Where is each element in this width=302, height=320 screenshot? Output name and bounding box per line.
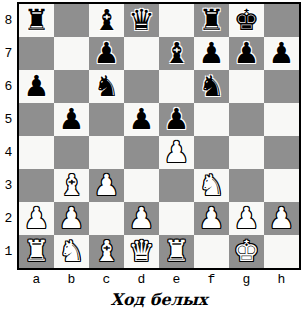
square-d1[interactable]: ♛: [124, 235, 159, 268]
square-g7[interactable]: ♟: [229, 37, 264, 70]
black-bishop[interactable]: ♝: [164, 37, 190, 70]
black-pawn[interactable]: ♟: [59, 103, 85, 136]
square-e6[interactable]: [159, 70, 194, 103]
black-pawn[interactable]: ♟: [129, 103, 155, 136]
file-label-g: g: [229, 272, 264, 287]
file-label-c: c: [89, 272, 124, 287]
chess-board: ♜♝♛♜♚♟♝♟♟♟♟♞♞♟♟♟♟♝♟♞♟♟♟♟♟♟♜♞♝♛♜♚: [17, 2, 301, 270]
square-e2[interactable]: [159, 202, 194, 235]
white-knight[interactable]: ♞: [59, 235, 85, 268]
square-f1[interactable]: [194, 235, 229, 268]
square-f2[interactable]: ♟: [194, 202, 229, 235]
square-b2[interactable]: ♟: [54, 202, 89, 235]
square-a3[interactable]: [19, 169, 54, 202]
rank-label-1: 1: [0, 235, 17, 268]
square-e4[interactable]: ♟: [159, 136, 194, 169]
square-b3[interactable]: ♝: [54, 169, 89, 202]
white-rook[interactable]: ♜: [24, 235, 50, 268]
square-b7[interactable]: [54, 37, 89, 70]
rank-label-8: 8: [0, 4, 17, 37]
square-c6[interactable]: ♞: [89, 70, 124, 103]
square-d5[interactable]: ♟: [124, 103, 159, 136]
black-rook[interactable]: ♜: [24, 4, 50, 37]
square-c4[interactable]: [89, 136, 124, 169]
square-h6[interactable]: [264, 70, 299, 103]
square-e8[interactable]: [159, 4, 194, 37]
white-pawn[interactable]: ♟: [164, 136, 190, 169]
square-g8[interactable]: ♚: [229, 4, 264, 37]
black-queen[interactable]: ♛: [129, 4, 155, 37]
rank-label-7: 7: [0, 37, 17, 70]
square-b6[interactable]: [54, 70, 89, 103]
square-h3[interactable]: [264, 169, 299, 202]
white-pawn[interactable]: ♟: [24, 202, 50, 235]
square-h1[interactable]: [264, 235, 299, 268]
square-f6[interactable]: ♞: [194, 70, 229, 103]
file-label-e: e: [159, 272, 194, 287]
board-wrap: 87654321 ♜♝♛♜♚♟♝♟♟♟♟♞♞♟♟♟♟♝♟♞♟♟♟♟♟♟♜♞♝♛♜…: [0, 2, 302, 270]
square-f5[interactable]: [194, 103, 229, 136]
square-h5[interactable]: [264, 103, 299, 136]
square-g4[interactable]: [229, 136, 264, 169]
file-label-h: h: [264, 272, 299, 287]
square-f7[interactable]: ♟: [194, 37, 229, 70]
rank-labels: 87654321: [0, 2, 17, 268]
square-g5[interactable]: [229, 103, 264, 136]
square-f3[interactable]: ♞: [194, 169, 229, 202]
square-e7[interactable]: ♝: [159, 37, 194, 70]
square-a4[interactable]: [19, 136, 54, 169]
square-d3[interactable]: [124, 169, 159, 202]
square-c2[interactable]: [89, 202, 124, 235]
white-queen[interactable]: ♛: [129, 235, 155, 268]
square-b1[interactable]: ♞: [54, 235, 89, 268]
white-pawn[interactable]: ♟: [94, 169, 120, 202]
square-c7[interactable]: ♟: [89, 37, 124, 70]
square-h4[interactable]: [264, 136, 299, 169]
black-pawn[interactable]: ♟: [94, 37, 120, 70]
square-d7[interactable]: [124, 37, 159, 70]
rank-label-6: 6: [0, 70, 17, 103]
black-rook[interactable]: ♜: [199, 4, 225, 37]
white-bishop[interactable]: ♝: [59, 169, 85, 202]
rank-label-4: 4: [0, 136, 17, 169]
rank-label-3: 3: [0, 169, 17, 202]
white-pawn[interactable]: ♟: [199, 202, 225, 235]
white-pawn[interactable]: ♟: [234, 202, 260, 235]
square-d8[interactable]: ♛: [124, 4, 159, 37]
white-king[interactable]: ♚: [234, 235, 260, 268]
square-e1[interactable]: ♜: [159, 235, 194, 268]
square-c3[interactable]: ♟: [89, 169, 124, 202]
black-pawn[interactable]: ♟: [199, 37, 225, 70]
file-label-a: a: [19, 272, 54, 287]
white-bishop[interactable]: ♝: [94, 235, 120, 268]
square-c1[interactable]: ♝: [89, 235, 124, 268]
black-pawn[interactable]: ♟: [164, 103, 190, 136]
white-pawn[interactable]: ♟: [59, 202, 85, 235]
square-c8[interactable]: ♝: [89, 4, 124, 37]
black-pawn[interactable]: ♟: [234, 37, 260, 70]
square-e5[interactable]: ♟: [159, 103, 194, 136]
square-d4[interactable]: [124, 136, 159, 169]
file-label-d: d: [124, 272, 159, 287]
square-d6[interactable]: [124, 70, 159, 103]
square-f8[interactable]: ♜: [194, 4, 229, 37]
black-knight[interactable]: ♞: [199, 70, 225, 103]
square-f4[interactable]: [194, 136, 229, 169]
chess-diagram: 87654321 ♜♝♛♜♚♟♝♟♟♟♟♞♞♟♟♟♟♝♟♞♟♟♟♟♟♟♜♞♝♛♜…: [0, 0, 302, 309]
black-pawn[interactable]: ♟: [24, 70, 50, 103]
black-bishop[interactable]: ♝: [94, 4, 120, 37]
rank-label-2: 2: [0, 202, 17, 235]
black-knight[interactable]: ♞: [94, 70, 120, 103]
square-a5[interactable]: [19, 103, 54, 136]
square-h8[interactable]: [264, 4, 299, 37]
square-c5[interactable]: [89, 103, 124, 136]
square-b8[interactable]: [54, 4, 89, 37]
black-king[interactable]: ♚: [234, 4, 260, 37]
square-g3[interactable]: [229, 169, 264, 202]
file-labels: abcdefgh: [19, 270, 299, 289]
square-h7[interactable]: ♟: [264, 37, 299, 70]
square-a1[interactable]: ♜: [19, 235, 54, 268]
white-knight[interactable]: ♞: [199, 169, 225, 202]
square-g2[interactable]: ♟: [229, 202, 264, 235]
square-b5[interactable]: ♟: [54, 103, 89, 136]
square-d2[interactable]: ♟: [124, 202, 159, 235]
white-pawn[interactable]: ♟: [269, 202, 295, 235]
square-a8[interactable]: ♜: [19, 4, 54, 37]
black-pawn[interactable]: ♟: [269, 37, 295, 70]
square-g1[interactable]: ♚: [229, 235, 264, 268]
square-h2[interactable]: ♟: [264, 202, 299, 235]
square-g6[interactable]: [229, 70, 264, 103]
square-e3[interactable]: [159, 169, 194, 202]
move-indicator-caption: Ход белых: [19, 290, 299, 309]
rank-label-5: 5: [0, 103, 17, 136]
file-label-b: b: [54, 272, 89, 287]
square-a2[interactable]: ♟: [19, 202, 54, 235]
square-a7[interactable]: [19, 37, 54, 70]
square-a6[interactable]: ♟: [19, 70, 54, 103]
white-rook[interactable]: ♜: [164, 235, 190, 268]
square-b4[interactable]: [54, 136, 89, 169]
white-pawn[interactable]: ♟: [129, 202, 155, 235]
file-label-f: f: [194, 272, 229, 287]
